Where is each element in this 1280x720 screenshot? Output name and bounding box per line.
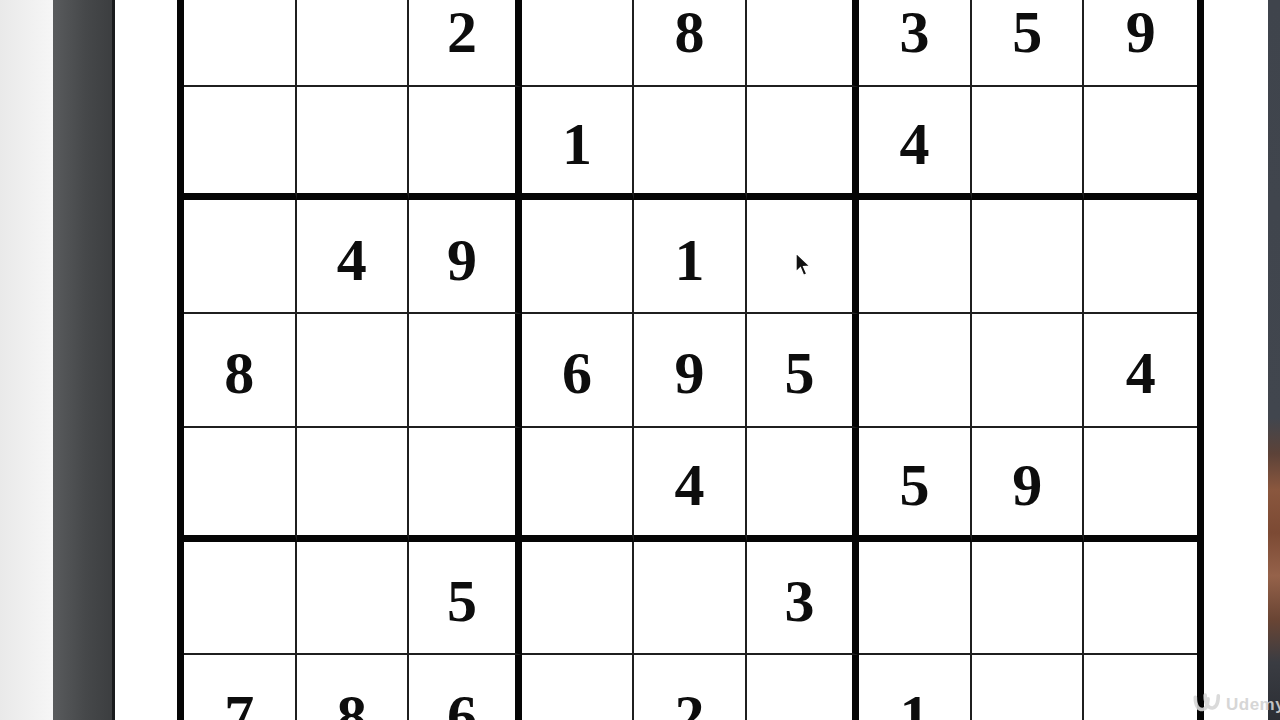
sudoku-cell[interactable]: 9 bbox=[634, 314, 747, 428]
sudoku-cell[interactable] bbox=[634, 542, 747, 656]
sudoku-cell[interactable]: 2 bbox=[409, 0, 522, 87]
sudoku-cell[interactable] bbox=[522, 200, 635, 314]
sudoku-cell[interactable]: 4 bbox=[859, 87, 972, 201]
sudoku-cell[interactable]: 9 bbox=[409, 200, 522, 314]
sudoku-cell[interactable] bbox=[747, 0, 860, 87]
sudoku-cell[interactable]: 1 bbox=[859, 655, 972, 720]
sudoku-cell[interactable] bbox=[859, 314, 972, 428]
sudoku-cell[interactable]: 8 bbox=[184, 314, 297, 428]
right-edge-strip bbox=[1268, 0, 1280, 720]
sudoku-cell[interactable]: 4 bbox=[297, 200, 410, 314]
sudoku-cell[interactable]: 3 bbox=[747, 542, 860, 656]
sudoku-cell[interactable] bbox=[522, 542, 635, 656]
sudoku-cell[interactable] bbox=[972, 87, 1085, 201]
sudoku-cell[interactable] bbox=[522, 655, 635, 720]
sudoku-cell[interactable]: 5 bbox=[747, 314, 860, 428]
sudoku-cell[interactable] bbox=[409, 428, 522, 542]
sudoku-cell[interactable] bbox=[522, 0, 635, 87]
sudoku-cell[interactable]: 2 bbox=[634, 655, 747, 720]
udemy-logo-icon bbox=[1192, 692, 1222, 718]
sudoku-cell[interactable] bbox=[1084, 542, 1197, 656]
udemy-watermark: Udemy bbox=[1192, 692, 1280, 718]
sudoku-cell[interactable] bbox=[747, 200, 860, 314]
sudoku-board: 2835914491869544595378621 bbox=[177, 0, 1204, 720]
sudoku-cell[interactable] bbox=[1084, 87, 1197, 201]
sudoku-cell[interactable]: 4 bbox=[634, 428, 747, 542]
sudoku-cell[interactable]: 8 bbox=[634, 0, 747, 87]
sudoku-cell[interactable]: 6 bbox=[522, 314, 635, 428]
sudoku-cell[interactable]: 6 bbox=[409, 655, 522, 720]
sudoku-cell[interactable] bbox=[1084, 200, 1197, 314]
sudoku-cell[interactable] bbox=[522, 428, 635, 542]
sudoku-cell[interactable]: 9 bbox=[972, 428, 1085, 542]
sudoku-cell[interactable] bbox=[747, 428, 860, 542]
sudoku-cell[interactable] bbox=[297, 87, 410, 201]
udemy-watermark-text: Udemy bbox=[1226, 695, 1280, 715]
sudoku-cell[interactable] bbox=[184, 428, 297, 542]
sudoku-cell[interactable]: 1 bbox=[634, 200, 747, 314]
sudoku-cell[interactable] bbox=[409, 87, 522, 201]
left-dark-sidebar-strip bbox=[53, 0, 115, 720]
sudoku-cell[interactable]: 1 bbox=[522, 87, 635, 201]
sudoku-cell[interactable]: 7 bbox=[184, 655, 297, 720]
sudoku-cell[interactable] bbox=[297, 542, 410, 656]
sudoku-cell[interactable]: 8 bbox=[297, 655, 410, 720]
sudoku-cell[interactable] bbox=[184, 200, 297, 314]
sudoku-cell[interactable] bbox=[297, 428, 410, 542]
sudoku-cell[interactable] bbox=[972, 655, 1085, 720]
sudoku-cell[interactable] bbox=[634, 87, 747, 201]
sudoku-cell[interactable] bbox=[409, 314, 522, 428]
sudoku-cell[interactable] bbox=[184, 542, 297, 656]
sudoku-cell[interactable] bbox=[972, 314, 1085, 428]
sudoku-cell[interactable] bbox=[972, 200, 1085, 314]
left-light-margin-strip bbox=[0, 0, 53, 720]
sudoku-cell[interactable]: 5 bbox=[409, 542, 522, 656]
sudoku-cell[interactable]: 5 bbox=[859, 428, 972, 542]
sudoku-cell[interactable]: 4 bbox=[1084, 314, 1197, 428]
video-frame: 2835914491869544595378621 Udemy bbox=[0, 0, 1280, 720]
sudoku-cell[interactable] bbox=[859, 542, 972, 656]
sudoku-cell[interactable] bbox=[1084, 428, 1197, 542]
sudoku-cell[interactable] bbox=[747, 655, 860, 720]
sudoku-cell[interactable]: 3 bbox=[859, 0, 972, 87]
sudoku-cell[interactable] bbox=[297, 0, 410, 87]
sudoku-cell[interactable] bbox=[297, 314, 410, 428]
sudoku-cell[interactable]: 5 bbox=[972, 0, 1085, 87]
sudoku-cell[interactable] bbox=[184, 87, 297, 201]
sudoku-cell[interactable]: 9 bbox=[1084, 0, 1197, 87]
sudoku-cell[interactable] bbox=[1084, 655, 1197, 720]
sudoku-cell[interactable] bbox=[184, 0, 297, 87]
sudoku-cell[interactable] bbox=[747, 87, 860, 201]
sudoku-cell[interactable] bbox=[972, 542, 1085, 656]
sudoku-cell[interactable] bbox=[859, 200, 972, 314]
